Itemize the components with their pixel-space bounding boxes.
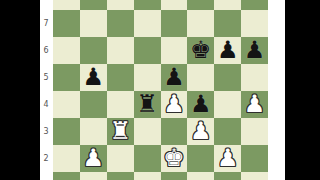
square-d3	[134, 118, 161, 145]
square-e6	[161, 37, 188, 64]
rank-label-3: 3	[40, 118, 52, 145]
square-b2: ♟	[80, 145, 107, 172]
square-e4: ♟	[161, 91, 188, 118]
piece-white-pawn: ♟	[190, 118, 212, 145]
square-a8	[53, 0, 80, 10]
square-h5	[241, 64, 268, 91]
piece-black-king: ♚	[190, 37, 212, 64]
piece-white-pawn: ♟	[83, 145, 105, 172]
square-g3	[214, 118, 241, 145]
square-h6: ♟	[241, 37, 268, 64]
square-f8	[187, 0, 214, 10]
square-d5	[134, 64, 161, 91]
rank-label-5: 5	[40, 64, 52, 91]
square-a6	[53, 37, 80, 64]
square-b5: ♟	[80, 64, 107, 91]
chess-board: ♚♟♟♟♟♜♟♟♟♜♟♟♚♟	[53, 0, 268, 180]
square-d6	[134, 37, 161, 64]
square-h1	[241, 172, 268, 180]
square-e2: ♚	[161, 145, 188, 172]
piece-black-pawn: ♟	[190, 91, 212, 118]
square-g1	[214, 172, 241, 180]
piece-black-pawn: ♟	[163, 64, 185, 91]
square-h8	[241, 0, 268, 10]
square-b4	[80, 91, 107, 118]
piece-white-king: ♚	[163, 145, 185, 172]
square-h3	[241, 118, 268, 145]
square-c3: ♜	[107, 118, 134, 145]
piece-white-rook: ♜	[109, 118, 131, 145]
square-e7	[161, 10, 188, 37]
square-f1	[187, 172, 214, 180]
square-f3: ♟	[187, 118, 214, 145]
square-c5	[107, 64, 134, 91]
square-b3	[80, 118, 107, 145]
square-b7	[80, 10, 107, 37]
rank-label-6: 6	[40, 37, 52, 64]
square-f6: ♚	[187, 37, 214, 64]
square-d7	[134, 10, 161, 37]
square-h7	[241, 10, 268, 37]
square-a1	[53, 172, 80, 180]
square-c1	[107, 172, 134, 180]
square-e8	[161, 0, 188, 10]
pillarbox-right	[285, 0, 320, 180]
square-d1	[134, 172, 161, 180]
square-e3	[161, 118, 188, 145]
square-g2: ♟	[214, 145, 241, 172]
square-h4: ♟	[241, 91, 268, 118]
rank-label-2: 2	[40, 145, 52, 172]
pillarbox-left	[0, 0, 40, 180]
square-a2	[53, 145, 80, 172]
square-a5	[53, 64, 80, 91]
piece-black-rook: ♜	[136, 91, 158, 118]
square-c8	[107, 0, 134, 10]
piece-black-pawn: ♟	[217, 37, 239, 64]
square-f2	[187, 145, 214, 172]
square-d8	[134, 0, 161, 10]
square-c4	[107, 91, 134, 118]
square-h2	[241, 145, 268, 172]
square-a4	[53, 91, 80, 118]
rank-label-7: 7	[40, 10, 52, 37]
piece-black-pawn: ♟	[244, 37, 266, 64]
square-g6: ♟	[214, 37, 241, 64]
square-a3	[53, 118, 80, 145]
square-b8	[80, 0, 107, 10]
square-b1	[80, 172, 107, 180]
square-c7	[107, 10, 134, 37]
square-e1	[161, 172, 188, 180]
square-f7	[187, 10, 214, 37]
piece-black-pawn: ♟	[83, 64, 105, 91]
square-a7	[53, 10, 80, 37]
rank-label-4: 4	[40, 91, 52, 118]
square-c6	[107, 37, 134, 64]
video-frame: ♚♟♟♟♟♜♟♟♟♜♟♟♚♟ 765432	[0, 0, 320, 180]
square-g8	[214, 0, 241, 10]
square-f5	[187, 64, 214, 91]
piece-white-pawn: ♟	[163, 91, 185, 118]
piece-white-pawn: ♟	[217, 145, 239, 172]
square-f4: ♟	[187, 91, 214, 118]
square-b6	[80, 37, 107, 64]
piece-white-pawn: ♟	[244, 91, 266, 118]
square-d2	[134, 145, 161, 172]
square-d4: ♜	[134, 91, 161, 118]
square-g7	[214, 10, 241, 37]
square-e5: ♟	[161, 64, 188, 91]
square-g4	[214, 91, 241, 118]
square-g5	[214, 64, 241, 91]
square-c2	[107, 145, 134, 172]
